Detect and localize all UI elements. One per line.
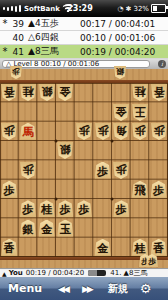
m-num: 40 xyxy=(10,33,24,43)
rewind-button[interactable]: ◀◀ xyxy=(58,284,68,294)
m-num: 39 xyxy=(10,19,24,29)
board-piece[interactable]: 歩 xyxy=(20,200,36,217)
m-star: * xyxy=(0,18,10,29)
move-list: *39▲4五歩00:17 / 00:04:0140△6四銀00:10 / 00:… xyxy=(0,17,168,59)
board-piece[interactable]: 歩 xyxy=(95,123,111,140)
board-piece[interactable]: 金 xyxy=(113,104,129,121)
settings-gear-icon[interactable]: ⚙ xyxy=(140,281,152,296)
board-piece[interactable]: 王 xyxy=(132,104,148,121)
sente-side-icon: ▲ xyxy=(2,270,7,277)
board-piece[interactable]: 桂 xyxy=(132,239,148,256)
board-piece[interactable]: 歩 xyxy=(1,123,17,140)
hoshi-dot xyxy=(111,140,114,143)
board-piece[interactable]: 歩 xyxy=(113,200,129,217)
m-move: △6四銀 xyxy=(24,31,80,44)
fast-forward-button[interactable]: ▶▶ xyxy=(82,284,92,294)
engine-level-bar: △ Level 8 00:10 / 00:01:06 i xyxy=(0,59,168,69)
board-piece[interactable]: 玉 xyxy=(57,220,73,237)
board-piece[interactable]: 金 xyxy=(57,84,73,101)
player-time-label: 00:19 / 00:04:20 xyxy=(26,269,84,277)
player-info-bar: ▲ You 00:19 / 00:04:20 41. ▲8三馬 xyxy=(0,268,168,277)
hand-piece[interactable]: 銀 xyxy=(114,66,126,79)
board-piece[interactable]: 歩 xyxy=(132,123,148,140)
move-row[interactable]: *39▲4五歩00:17 / 00:04:01 xyxy=(0,17,168,31)
m-move: ▲8三馬 xyxy=(24,45,80,58)
new-game-button[interactable]: 新規 xyxy=(108,282,128,296)
m-time: 00:19 / 00:04:20 xyxy=(80,47,168,57)
m-time: 00:17 / 00:04:01 xyxy=(80,19,168,29)
sente-hand-tray: 歩歩 xyxy=(0,260,168,268)
gote-hand-tray: 歩銀 xyxy=(0,69,168,80)
board-piece[interactable]: 香 xyxy=(151,239,167,256)
hand-piece[interactable]: 歩 xyxy=(10,66,22,79)
board-piece[interactable]: 飛 xyxy=(132,181,148,198)
board-piece[interactable]: 角 xyxy=(113,123,129,140)
menu-button[interactable]: Menu xyxy=(8,282,42,295)
board-piece[interactable]: 銀 xyxy=(20,220,36,237)
bluetooth-icon: ✱ xyxy=(126,5,132,13)
board-piece[interactable]: 銀 xyxy=(57,142,73,159)
m-num: 41 xyxy=(10,47,24,57)
battery-percent-label: 32% xyxy=(133,5,149,13)
status-bar: SoftBank 23:29 ◔ ✱ 32% xyxy=(0,0,168,17)
engine-level-label: Level 8 00:10 / 00:01:06 xyxy=(13,60,99,68)
board-piece[interactable]: 歩 xyxy=(151,123,167,140)
board-piece[interactable]: 桂 xyxy=(20,84,36,101)
hoshi-dot xyxy=(55,198,58,201)
shogi-app-screen: SoftBank 23:29 ◔ ✱ 32% *39▲4五歩00:17 / 00… xyxy=(0,0,168,300)
move-row[interactable]: 40△6四銀00:10 / 00:01:06 xyxy=(0,31,168,45)
board-piece[interactable]: 金 xyxy=(95,239,111,256)
move-row[interactable]: *41▲8三馬00:19 / 00:04:20 xyxy=(0,45,168,59)
board-piece[interactable]: 金 xyxy=(39,220,55,237)
engine-level-pill: △ Level 8 00:10 / 00:01:06 xyxy=(2,60,150,68)
game-progress-bar[interactable] xyxy=(88,270,106,276)
m-move: ▲4五歩 xyxy=(24,17,80,30)
board-piece[interactable]: 馬 xyxy=(20,123,36,140)
shogi-board[interactable]: 香桂銀金桂香金王歩馬歩歩角歩歩銀歩歩歩歩飛歩歩桂歩歩歩銀金玉香金桂香 xyxy=(0,83,168,257)
rotation-lock-icon: ◔ xyxy=(117,5,123,13)
board-piece[interactable]: 歩 xyxy=(95,162,111,179)
board-piece[interactable]: 歩 xyxy=(20,162,36,179)
m-star: * xyxy=(0,46,10,57)
board-piece[interactable]: 歩 xyxy=(76,123,92,140)
board-piece[interactable]: 歩 xyxy=(57,200,73,217)
toolbar: Menu ◀◀ ▶▶ 新規 ⚙ xyxy=(0,277,168,300)
board-piece[interactable]: 桂 xyxy=(132,84,148,101)
board-piece[interactable]: 桂 xyxy=(39,200,55,217)
board-piece[interactable]: 歩 xyxy=(76,200,92,217)
battery-icon xyxy=(151,4,166,13)
board-piece[interactable]: 歩 xyxy=(151,181,167,198)
board-piece[interactable]: 香 xyxy=(1,239,17,256)
player-label: You xyxy=(9,269,23,277)
hoshi-dot xyxy=(111,198,114,201)
board-piece[interactable]: 銀 xyxy=(39,84,55,101)
info-button[interactable]: i xyxy=(158,60,166,68)
m-time: 00:10 / 00:01:06 xyxy=(80,33,168,43)
board-piece[interactable]: 歩 xyxy=(1,181,17,198)
board-piece[interactable]: 香 xyxy=(151,84,167,101)
board-piece[interactable]: 歩 xyxy=(113,162,129,179)
board-piece[interactable]: 香 xyxy=(1,84,17,101)
